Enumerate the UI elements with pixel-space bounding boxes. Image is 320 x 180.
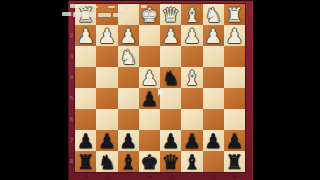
overlay-artifact [70,4,85,8]
rank-label: 8 [68,151,75,172]
white-pawn[interactable]: ♟ [119,26,137,46]
chess-board-frame: ♜♚♛♝♞♜♟♟♟♟♟♟♟♞♟♞♝♟♟♟♟♟♟♟♟♜♞♝♚♛♝♜ 1234567… [68,0,253,180]
file-label: f [118,172,140,180]
black-bishop[interactable]: ♝ [119,152,137,172]
board-square[interactable]: ♞ [96,151,117,172]
board-square[interactable]: ♟ [139,67,160,88]
board-square[interactable]: ♜ [224,4,245,25]
board-square[interactable]: ♟ [75,130,96,151]
board-square[interactable]: ♜ [224,151,245,172]
board-square[interactable] [203,67,224,88]
board-square[interactable] [139,130,160,151]
white-pawn[interactable]: ♟ [98,26,116,46]
file-label: a [224,172,246,180]
board-square[interactable]: ♚ [139,151,160,172]
black-king[interactable]: ♚ [140,152,158,172]
white-bishop[interactable]: ♝ [183,5,201,25]
board-square[interactable] [181,46,202,67]
board-square[interactable] [224,67,245,88]
board-square[interactable]: ♟ [75,25,96,46]
board-square[interactable]: ♟ [118,130,139,151]
board-square[interactable]: ♟ [224,130,245,151]
file-label: g [96,172,118,180]
board-square[interactable] [181,109,202,130]
file-label: d [160,172,182,180]
board-square[interactable] [203,46,224,67]
board-square[interactable]: ♝ [181,67,202,88]
file-label: b [203,172,225,180]
board-square[interactable]: ♝ [118,151,139,172]
board-square[interactable] [118,88,139,109]
board-square[interactable] [203,109,224,130]
black-pawn[interactable]: ♟ [119,131,137,151]
overlay-artifact [73,12,96,17]
board-square[interactable]: ♟ [96,130,117,151]
board-square[interactable]: ♟ [203,25,224,46]
white-bishop[interactable]: ♝ [183,68,201,88]
board-square[interactable]: ♞ [118,46,139,67]
rank-label: 3 [68,46,75,67]
black-pawn[interactable]: ♟ [98,131,116,151]
white-pawn[interactable]: ♟ [140,68,158,88]
black-queen[interactable]: ♛ [162,152,180,172]
board-square[interactable]: ♝ [181,4,202,25]
board-square[interactable]: ♛ [160,151,181,172]
overlay-artifact [113,13,122,17]
rank-label: 7 [68,130,75,151]
board-square[interactable] [181,88,202,109]
board-square[interactable]: ♟ [118,25,139,46]
board-square[interactable]: ♞ [160,67,181,88]
board-square[interactable]: ♝ [181,151,202,172]
board-square[interactable]: ♞ [203,4,224,25]
white-pawn[interactable]: ♟ [77,26,95,46]
board-square[interactable] [160,109,181,130]
rank-label: 6 [68,109,75,130]
black-knight[interactable]: ♞ [162,68,180,88]
board-square[interactable] [203,151,224,172]
black-knight[interactable]: ♞ [98,152,116,172]
board-square[interactable] [75,109,96,130]
black-pawn[interactable]: ♟ [140,89,158,109]
board-square[interactable]: ♟ [160,25,181,46]
board-square[interactable] [96,67,117,88]
board-square[interactable] [224,46,245,67]
white-pawn[interactable]: ♟ [183,26,201,46]
overlay-artifact [98,13,111,17]
board-square[interactable]: ♟ [203,130,224,151]
rank-label: 4 [68,67,75,88]
board-square[interactable]: ♟ [160,130,181,151]
video-frame: ♜♚♛♝♞♜♟♟♟♟♟♟♟♞♟♞♝♟♟♟♟♟♟♟♟♜♞♝♚♛♝♜ 1234567… [0,0,320,180]
board-square[interactable]: ♟ [224,25,245,46]
overlay-artifact [62,12,71,16]
board-square[interactable] [118,67,139,88]
overlay-artifact [108,6,115,8]
board-square[interactable] [118,109,139,130]
chess-board: ♜♚♛♝♞♜♟♟♟♟♟♟♟♞♟♞♝♟♟♟♟♟♟♟♟♜♞♝♚♛♝♜ [75,4,245,172]
black-pawn[interactable]: ♟ [204,131,222,151]
board-square[interactable] [75,88,96,109]
file-label: e [139,172,161,180]
overlay-artifact [149,13,153,16]
white-rook[interactable]: ♜ [225,5,243,25]
rank-label: 5 [68,88,75,109]
board-square[interactable]: ♟ [139,88,160,109]
white-knight[interactable]: ♞ [119,47,137,67]
board-square[interactable] [96,88,117,109]
file-label: c [181,172,203,180]
board-square[interactable] [203,88,224,109]
overlay-artifact [124,6,129,8]
white-knight[interactable]: ♞ [204,5,222,25]
board-square[interactable]: ♜ [75,151,96,172]
black-pawn[interactable]: ♟ [77,131,95,151]
board-square[interactable] [96,109,117,130]
overlay-artifact [93,6,98,8]
board-square[interactable] [160,46,181,67]
white-pawn[interactable]: ♟ [162,26,180,46]
board-square[interactable] [160,88,181,109]
black-pawn[interactable]: ♟ [183,131,201,151]
black-bishop[interactable]: ♝ [183,152,201,172]
board-square[interactable] [75,46,96,67]
board-square[interactable]: ♛ [160,4,181,25]
board-square[interactable] [224,109,245,130]
black-rook[interactable]: ♜ [77,152,95,172]
board-square[interactable] [224,88,245,109]
board-square[interactable]: ♟ [96,25,117,46]
board-square[interactable] [96,46,117,67]
black-pawn[interactable]: ♟ [225,131,243,151]
board-square[interactable]: ♟ [181,25,202,46]
board-square[interactable] [139,109,160,130]
file-label: h [75,172,97,180]
board-square[interactable] [139,46,160,67]
board-square[interactable] [75,67,96,88]
black-pawn[interactable]: ♟ [162,131,180,151]
board-square[interactable] [139,25,160,46]
white-pawn[interactable]: ♟ [204,26,222,46]
board-square[interactable]: ♟ [181,130,202,151]
black-rook[interactable]: ♜ [225,152,243,172]
overlay-artifact [141,5,147,8]
white-pawn[interactable]: ♟ [225,26,243,46]
white-queen[interactable]: ♛ [162,5,180,25]
rank-label: 2 [68,25,75,46]
